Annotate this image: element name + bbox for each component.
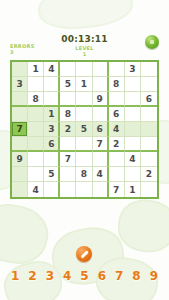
sudoku-cell-r3c8[interactable] (125, 92, 141, 107)
sudoku-cell-r5c6[interactable]: 6 (93, 122, 109, 137)
sudoku-cell-r2c3[interactable] (44, 77, 60, 92)
sudoku-cell-r9c5[interactable] (76, 182, 92, 197)
sudoku-cell-r8c3[interactable]: 5 (44, 167, 60, 182)
sudoku-cell-r9c2[interactable]: 4 (28, 182, 44, 197)
sudoku-cell-r9c6[interactable] (93, 182, 109, 197)
sudoku-cell-r9c3[interactable] (44, 182, 60, 197)
sudoku-cell-r1c1[interactable] (12, 62, 28, 77)
sudoku-cell-r6c7[interactable]: 2 (109, 137, 125, 152)
sudoku-board: 14335188961867325646729745842471 (10, 60, 159, 199)
game-timer: 00:13:11 (0, 34, 169, 44)
sudoku-cell-r5c2[interactable] (28, 122, 44, 137)
sudoku-cell-r4c7[interactable]: 6 (109, 107, 125, 122)
sudoku-cell-r6c5[interactable] (76, 137, 92, 152)
sudoku-cell-r6c9[interactable] (141, 137, 157, 152)
sudoku-cell-r8c5[interactable]: 8 (76, 167, 92, 182)
sudoku-cell-r8c9[interactable]: 2 (141, 167, 157, 182)
sudoku-cell-r3c2[interactable]: 8 (28, 92, 44, 107)
sudoku-cell-r4c6[interactable] (93, 107, 109, 122)
background-pebble (36, 0, 135, 33)
sudoku-cell-r7c5[interactable] (76, 152, 92, 167)
numpad-digit-9[interactable]: 9 (150, 269, 158, 283)
background-pebble (0, 198, 53, 269)
sudoku-cell-r2c9[interactable] (141, 77, 157, 92)
sudoku-cell-r5c4[interactable]: 2 (60, 122, 76, 137)
sudoku-cell-r1c3[interactable]: 4 (44, 62, 60, 77)
sudoku-cell-r6c6[interactable]: 7 (93, 137, 109, 152)
sudoku-cell-r3c6[interactable]: 9 (93, 92, 109, 107)
sudoku-cell-r3c7[interactable] (109, 92, 125, 107)
sudoku-cell-r4c3[interactable]: 1 (44, 107, 60, 122)
sudoku-cell-r1c9[interactable] (141, 62, 157, 77)
level-indicator: LEVEL 1 (0, 45, 169, 57)
sudoku-cell-r6c3[interactable]: 6 (44, 137, 60, 152)
sudoku-cell-r9c4[interactable] (60, 182, 76, 197)
sudoku-cell-r5c7[interactable]: 4 (109, 122, 125, 137)
sudoku-cell-r8c7[interactable] (109, 167, 125, 182)
numpad-digit-6[interactable]: 6 (98, 269, 106, 283)
sudoku-cell-r7c3[interactable] (44, 152, 60, 167)
sudoku-cell-r6c1[interactable] (12, 137, 28, 152)
background-pebble (115, 197, 169, 256)
sudoku-cell-r6c4[interactable] (60, 137, 76, 152)
sudoku-cell-r9c7[interactable]: 7 (109, 182, 125, 197)
sudoku-cell-r2c7[interactable]: 8 (109, 77, 125, 92)
sudoku-cell-r9c8[interactable]: 1 (125, 182, 141, 197)
sudoku-cell-r2c1[interactable]: 3 (12, 77, 28, 92)
numpad-digit-4[interactable]: 4 (63, 269, 71, 283)
sudoku-cell-r1c6[interactable] (93, 62, 109, 77)
sudoku-cell-r3c4[interactable] (60, 92, 76, 107)
pause-icon (150, 40, 154, 44)
sudoku-cell-r8c4[interactable] (60, 167, 76, 182)
sudoku-cell-r3c3[interactable] (44, 92, 60, 107)
pause-button[interactable] (145, 35, 159, 49)
sudoku-cell-r7c8[interactable]: 4 (125, 152, 141, 167)
sudoku-cell-r2c2[interactable] (28, 77, 44, 92)
sudoku-cell-r8c1[interactable] (12, 167, 28, 182)
level-value: 1 (0, 51, 169, 57)
sudoku-cell-r5c1[interactable]: 7 (12, 122, 28, 137)
pencil-icon (80, 250, 88, 258)
sudoku-cell-r1c2[interactable]: 1 (28, 62, 44, 77)
sudoku-cell-r2c4[interactable]: 5 (60, 77, 76, 92)
sudoku-cell-r2c8[interactable] (125, 77, 141, 92)
sudoku-cell-r8c8[interactable] (125, 167, 141, 182)
sudoku-cell-r3c1[interactable] (12, 92, 28, 107)
sudoku-cell-r7c9[interactable] (141, 152, 157, 167)
sudoku-cell-r8c6[interactable]: 4 (93, 167, 109, 182)
sudoku-cell-r5c8[interactable] (125, 122, 141, 137)
numpad-digit-3[interactable]: 3 (46, 269, 54, 283)
sudoku-cell-r4c1[interactable] (12, 107, 28, 122)
sudoku-cell-r2c6[interactable] (93, 77, 109, 92)
sudoku-cell-r7c7[interactable] (109, 152, 125, 167)
sudoku-cell-r9c9[interactable] (141, 182, 157, 197)
numpad-digit-5[interactable]: 5 (80, 269, 88, 283)
numpad: 123456789 (11, 269, 158, 283)
sudoku-cell-r6c8[interactable] (125, 137, 141, 152)
sudoku-cell-r7c2[interactable] (28, 152, 44, 167)
pencil-button[interactable] (76, 246, 92, 262)
sudoku-cell-r3c5[interactable] (76, 92, 92, 107)
sudoku-cell-r8c2[interactable] (28, 167, 44, 182)
sudoku-cell-r9c1[interactable] (12, 182, 28, 197)
sudoku-cell-r4c8[interactable] (125, 107, 141, 122)
sudoku-cell-r2c5[interactable]: 1 (76, 77, 92, 92)
numpad-digit-7[interactable]: 7 (115, 269, 123, 283)
sudoku-cell-r4c9[interactable] (141, 107, 157, 122)
sudoku-cell-r1c4[interactable] (60, 62, 76, 77)
sudoku-cell-r1c8[interactable]: 3 (125, 62, 141, 77)
sudoku-cell-r7c6[interactable] (93, 152, 109, 167)
sudoku-cell-r7c1[interactable]: 9 (12, 152, 28, 167)
sudoku-cell-r4c2[interactable] (28, 107, 44, 122)
sudoku-cell-r7c4[interactable]: 7 (60, 152, 76, 167)
sudoku-cell-r5c3[interactable]: 3 (44, 122, 60, 137)
numpad-digit-8[interactable]: 8 (132, 269, 140, 283)
numpad-digit-2[interactable]: 2 (28, 269, 36, 283)
sudoku-cell-r1c7[interactable] (109, 62, 125, 77)
sudoku-cell-r4c4[interactable]: 8 (60, 107, 76, 122)
sudoku-cell-r5c9[interactable] (141, 122, 157, 137)
sudoku-cell-r3c9[interactable]: 6 (141, 92, 157, 107)
sudoku-cell-r4c5[interactable] (76, 107, 92, 122)
sudoku-cell-r6c2[interactable] (28, 137, 44, 152)
numpad-digit-1[interactable]: 1 (11, 269, 19, 283)
sudoku-cell-r1c5[interactable] (76, 62, 92, 77)
sudoku-cell-r5c5[interactable]: 5 (76, 122, 92, 137)
